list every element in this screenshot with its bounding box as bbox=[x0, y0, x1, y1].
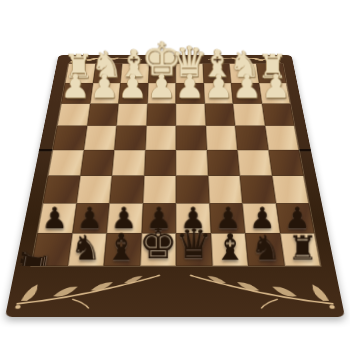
square-b2: ♟ bbox=[231, 83, 262, 104]
square-b6 bbox=[240, 175, 276, 203]
white-rook: ♜ bbox=[64, 50, 94, 83]
square-c8: ♝ bbox=[211, 233, 249, 266]
square-h1: ♜ bbox=[65, 64, 95, 83]
square-c7: ♟ bbox=[209, 203, 245, 233]
white-rook: ♜ bbox=[258, 50, 288, 83]
square-g2: ♟ bbox=[90, 83, 121, 104]
square-h7: ♟ bbox=[37, 203, 76, 233]
black-rook: ♜ bbox=[15, 245, 54, 281]
carved-flourish-top-left-icon bbox=[68, 56, 145, 64]
square-b3 bbox=[233, 104, 265, 126]
square-f7: ♟ bbox=[107, 203, 143, 233]
square-d8: ♛ bbox=[176, 233, 212, 266]
square-e2: ♟ bbox=[147, 83, 176, 104]
square-e3 bbox=[146, 104, 176, 126]
square-g1: ♞ bbox=[93, 64, 122, 83]
square-g3 bbox=[87, 104, 119, 126]
carved-floral-ornament-bottom-right-icon bbox=[187, 272, 338, 310]
square-a8: ♜ bbox=[280, 233, 321, 266]
black-pawn: ♟ bbox=[111, 203, 138, 233]
black-rook: ♜ bbox=[287, 232, 317, 266]
product-photo: ♜♞♝♚♛♝♞♜♟♟♟♟♟♟♟♟♟♟♟♟♟♟♟♟♜♞♝♚♛♝♞♜ bbox=[0, 0, 350, 350]
square-d7: ♟ bbox=[176, 203, 211, 233]
square-g7: ♟ bbox=[72, 203, 109, 233]
square-c3 bbox=[204, 104, 235, 126]
square-a7: ♟ bbox=[276, 203, 315, 233]
square-f2: ♟ bbox=[118, 83, 148, 104]
black-pawn: ♟ bbox=[180, 203, 207, 233]
square-a2: ♟ bbox=[259, 83, 291, 104]
square-h5 bbox=[48, 150, 83, 176]
square-b5 bbox=[237, 150, 271, 176]
square-g6 bbox=[76, 175, 112, 203]
square-c4 bbox=[205, 126, 237, 150]
square-g5 bbox=[80, 150, 114, 176]
square-f6 bbox=[109, 175, 143, 203]
square-d4 bbox=[176, 126, 207, 150]
square-b4 bbox=[235, 126, 268, 150]
square-h6 bbox=[43, 175, 80, 203]
square-d3 bbox=[176, 104, 206, 126]
black-pawn: ♟ bbox=[214, 203, 241, 233]
square-c6 bbox=[208, 175, 243, 203]
square-h4 bbox=[53, 126, 87, 150]
square-e5 bbox=[144, 150, 176, 176]
black-pawn: ♟ bbox=[284, 203, 311, 233]
square-d5 bbox=[176, 150, 208, 176]
square-d1: ♛ bbox=[176, 64, 204, 83]
square-f5 bbox=[112, 150, 145, 176]
square-h8: ♜ bbox=[31, 233, 72, 266]
square-c5 bbox=[207, 150, 240, 176]
black-bishop: ♝ bbox=[105, 229, 138, 266]
black-pawn: ♟ bbox=[42, 203, 69, 233]
black-bishop: ♝ bbox=[214, 229, 247, 266]
square-e1: ♚ bbox=[148, 64, 176, 83]
square-f3 bbox=[116, 104, 147, 126]
square-a5 bbox=[268, 150, 304, 176]
square-d2: ♟ bbox=[176, 83, 205, 104]
square-e6 bbox=[143, 175, 176, 203]
square-f1: ♝ bbox=[120, 64, 149, 83]
square-f8: ♝ bbox=[104, 233, 142, 266]
square-e8: ♚ bbox=[140, 233, 176, 266]
square-a4 bbox=[265, 126, 299, 150]
square-e4 bbox=[145, 126, 176, 150]
black-pawn: ♟ bbox=[145, 203, 172, 233]
square-h2: ♟ bbox=[61, 83, 92, 104]
carved-flourish-top-right-icon bbox=[205, 56, 282, 64]
square-b8: ♞ bbox=[245, 233, 284, 266]
square-c1: ♝ bbox=[202, 64, 231, 83]
white-bishop: ♝ bbox=[117, 45, 150, 82]
black-knight: ♞ bbox=[70, 231, 101, 266]
carved-floral-ornament-bottom-left-icon bbox=[11, 272, 162, 310]
chess-board: ♜♞♝♚♛♝♞♜♟♟♟♟♟♟♟♟♟♟♟♟♟♟♟♟♜♞♝♚♛♝♞♜ bbox=[5, 55, 345, 317]
square-b1: ♞ bbox=[229, 64, 258, 83]
square-a6 bbox=[272, 175, 309, 203]
white-knight: ♞ bbox=[90, 47, 122, 83]
square-c2: ♟ bbox=[203, 83, 233, 104]
square-h3 bbox=[57, 104, 90, 126]
square-e7: ♟ bbox=[141, 203, 176, 233]
square-a1: ♜ bbox=[256, 64, 286, 83]
square-g8: ♞ bbox=[68, 233, 107, 266]
black-pawn: ♟ bbox=[249, 203, 276, 233]
square-f4 bbox=[114, 126, 146, 150]
square-d6 bbox=[176, 175, 209, 203]
board-border: ♜♞♝♚♛♝♞♜♟♟♟♟♟♟♟♟♟♟♟♟♟♟♟♟♜♞♝♚♛♝♞♜ bbox=[5, 55, 345, 317]
square-b7: ♟ bbox=[242, 203, 279, 233]
square-a3 bbox=[262, 104, 295, 126]
square-g4 bbox=[84, 126, 117, 150]
board-grid: ♜♞♝♚♛♝♞♜♟♟♟♟♟♟♟♟♟♟♟♟♟♟♟♟♜♞♝♚♛♝♞♜ bbox=[30, 63, 321, 266]
black-knight: ♞ bbox=[251, 231, 282, 266]
black-pawn: ♟ bbox=[76, 203, 103, 233]
